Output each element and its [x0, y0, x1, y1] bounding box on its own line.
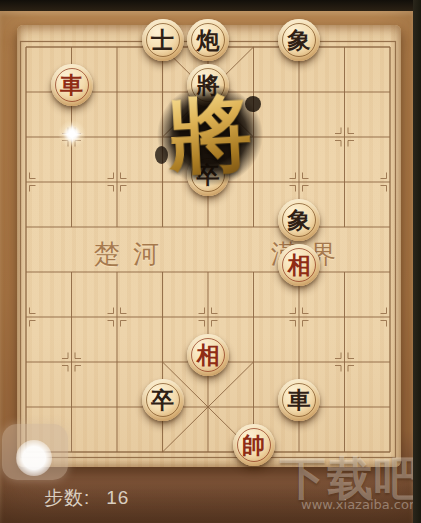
piece-label: 卒 — [142, 379, 184, 421]
piece-red-general[interactable]: 帥 — [233, 424, 275, 466]
piece-label: 相 — [187, 334, 229, 376]
piece-black-soldier[interactable]: 卒 — [142, 379, 184, 421]
piece-black-elephant[interactable]: 象 — [278, 19, 320, 61]
piece-black-elephant[interactable]: 象 — [278, 199, 320, 241]
piece-black-chariot[interactable]: 車 — [278, 379, 320, 421]
touch-indicator-dot — [16, 440, 52, 476]
piece-label: 炮 — [187, 19, 229, 61]
move-counter-label: 步数: — [44, 487, 90, 508]
corner-touch-button[interactable] — [2, 424, 68, 480]
piece-red-chariot[interactable]: 車 — [51, 64, 93, 106]
piece-label: 車 — [278, 379, 320, 421]
piece-label: 象 — [278, 19, 320, 61]
screen-right-edge — [413, 0, 421, 523]
piece-label: 卒 — [187, 154, 229, 196]
watermark-url: www.xiazaiba.com — [301, 497, 421, 512]
piece-label: 象 — [278, 199, 320, 241]
piece-label: 相 — [278, 244, 320, 286]
river-label-left: 楚河 — [94, 237, 172, 272]
xiangqi-app-screen: 楚河 漢界 士炮象車將卒象相相卒車帥 將 步数:16 下载吧 www.xiaza… — [0, 0, 421, 523]
piece-label: 帥 — [233, 424, 275, 466]
piece-red-elephant[interactable]: 相 — [187, 334, 229, 376]
piece-label: 將 — [187, 64, 229, 106]
piece-black-soldier[interactable]: 卒 — [187, 154, 229, 196]
piece-label: 車 — [51, 64, 93, 106]
piece-black-general[interactable]: 將 — [187, 64, 229, 106]
piece-label: 士 — [142, 19, 184, 61]
move-counter-value: 16 — [106, 487, 129, 508]
piece-red-elephant[interactable]: 相 — [278, 244, 320, 286]
move-counter: 步数:16 — [44, 485, 129, 511]
piece-black-cannon[interactable]: 炮 — [187, 19, 229, 61]
piece-black-advisor[interactable]: 士 — [142, 19, 184, 61]
